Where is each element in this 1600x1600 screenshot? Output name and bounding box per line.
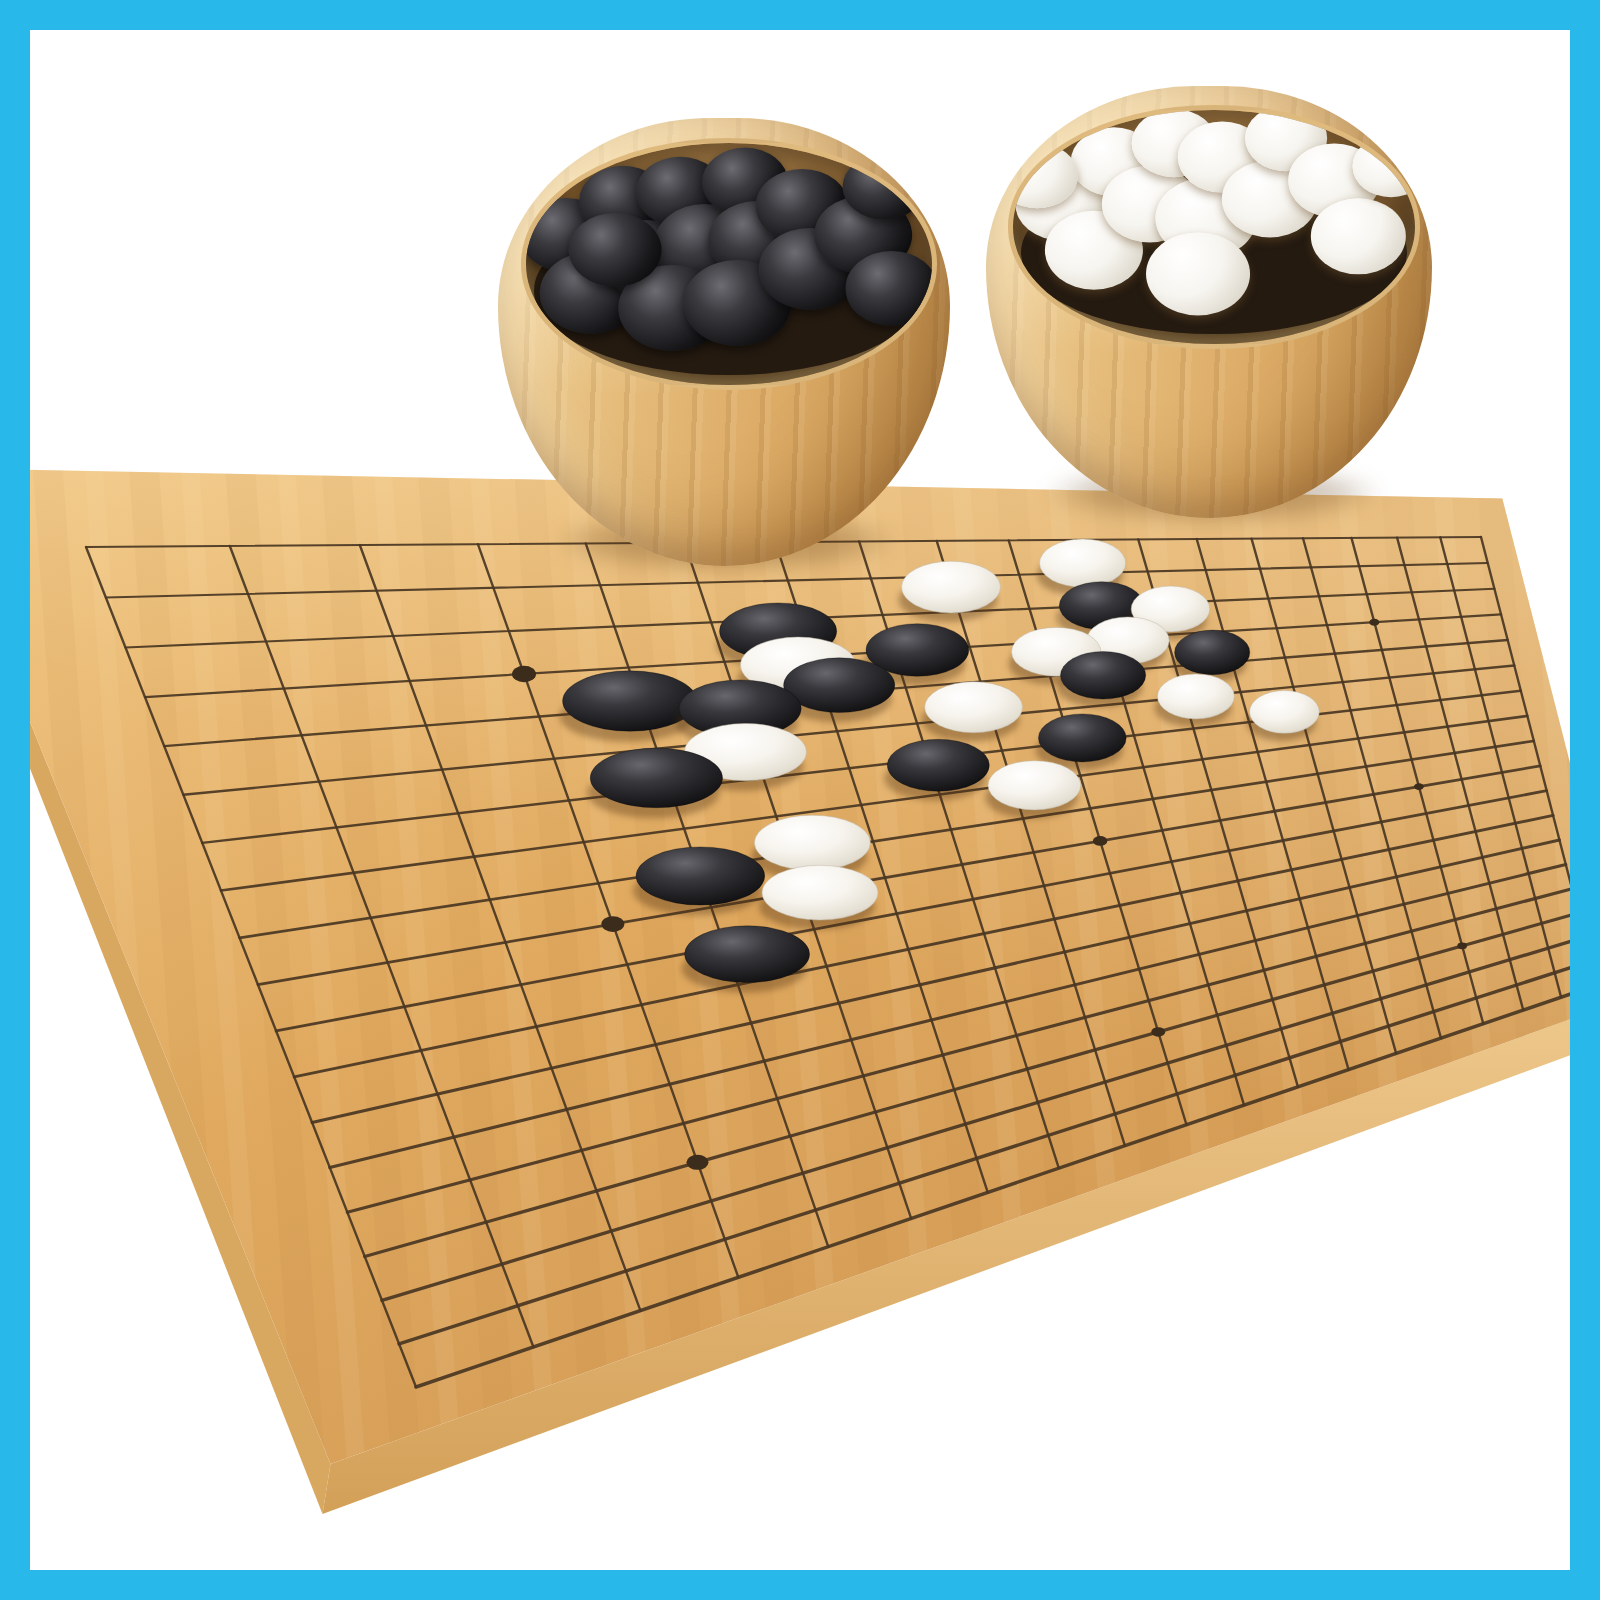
stone-white-F10 — [762, 865, 878, 920]
star-point-D16 — [512, 666, 536, 682]
stone-white-J12 — [988, 761, 1081, 810]
star-point-K4 — [1151, 1027, 1165, 1037]
black-stones-pile — [526, 143, 933, 385]
bowl-stone-black-15 — [845, 251, 937, 325]
stone-white-J18 — [902, 561, 1001, 613]
stone-white-O13 — [1250, 691, 1320, 734]
stone-black-E9 — [685, 926, 810, 983]
star-point-Q4 — [1457, 943, 1467, 950]
star-point-K10 — [1093, 836, 1107, 846]
star-point-D4 — [686, 1155, 708, 1170]
stone-white-M14 — [1157, 674, 1234, 719]
star-point-D10 — [601, 916, 624, 932]
stone-white-F11 — [754, 815, 870, 870]
stone-black-K13 — [1038, 714, 1126, 762]
stone-white-J14 — [925, 682, 1023, 733]
stone-black-N15 — [1175, 630, 1250, 675]
white-stones-pile — [1013, 110, 1414, 343]
bowl-stone-white-11 — [1311, 199, 1405, 274]
stone-black-L15 — [1061, 652, 1146, 700]
stone-black-E13 — [590, 748, 722, 808]
star-point-Q10 — [1414, 783, 1424, 790]
stone-black-E11 — [636, 847, 765, 905]
black-bowl-opening — [521, 138, 938, 390]
bowl-stone-black-16 — [569, 212, 662, 286]
go-set-product-photo — [0, 0, 1600, 1600]
star-point-Q16 — [1369, 619, 1379, 626]
white-bowl-opening — [1008, 105, 1419, 348]
stone-white-L18 — [1040, 539, 1126, 587]
stone-black-H13 — [887, 739, 989, 791]
bowl-stone-white-12 — [1146, 232, 1250, 315]
